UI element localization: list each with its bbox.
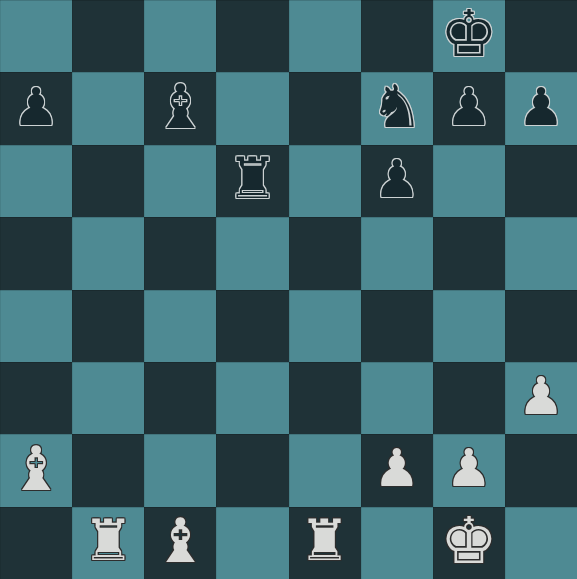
square-d5[interactable] <box>216 217 288 289</box>
piece-black-rook-d6[interactable]: ♜ <box>227 150 278 207</box>
square-e5[interactable] <box>289 217 361 289</box>
piece-white-bishop-c1[interactable]: ♝ <box>153 510 208 571</box>
square-a4[interactable] <box>0 290 72 362</box>
piece-black-pawn-a7[interactable]: ♟ <box>13 81 60 133</box>
square-g7[interactable]: ♟ <box>433 72 505 144</box>
square-b8[interactable] <box>72 0 144 72</box>
piece-white-bishop-a2[interactable]: ♝ <box>9 438 64 499</box>
square-b1[interactable]: ♜ <box>72 507 144 579</box>
piece-white-pawn-g2[interactable]: ♟ <box>446 442 493 494</box>
square-f8[interactable] <box>361 0 433 72</box>
square-a1[interactable] <box>0 507 72 579</box>
square-c5[interactable] <box>144 217 216 289</box>
square-h4[interactable] <box>505 290 577 362</box>
square-b5[interactable] <box>72 217 144 289</box>
piece-white-king-g1[interactable]: ♚ <box>440 509 497 573</box>
piece-white-rook-e1[interactable]: ♜ <box>299 512 350 569</box>
square-h8[interactable] <box>505 0 577 72</box>
piece-black-bishop-c7[interactable]: ♝ <box>153 76 208 137</box>
square-g1[interactable]: ♚ <box>433 507 505 579</box>
square-b2[interactable] <box>72 434 144 506</box>
square-h5[interactable] <box>505 217 577 289</box>
square-f5[interactable] <box>361 217 433 289</box>
square-e6[interactable] <box>289 145 361 217</box>
piece-white-pawn-h3[interactable]: ♟ <box>518 370 565 422</box>
square-f4[interactable] <box>361 290 433 362</box>
square-d8[interactable] <box>216 0 288 72</box>
square-a5[interactable] <box>0 217 72 289</box>
piece-black-pawn-g7[interactable]: ♟ <box>446 81 493 133</box>
square-c6[interactable] <box>144 145 216 217</box>
chess-board[interactable]: ♚♟♝♞♟♟♜♟♟♝♟♟♜♝♜♚ <box>0 0 577 579</box>
square-d2[interactable] <box>216 434 288 506</box>
piece-black-pawn-f6[interactable]: ♟ <box>373 153 420 205</box>
square-a3[interactable] <box>0 362 72 434</box>
square-a6[interactable] <box>0 145 72 217</box>
square-c3[interactable] <box>144 362 216 434</box>
square-g8[interactable]: ♚ <box>433 0 505 72</box>
square-h6[interactable] <box>505 145 577 217</box>
square-g2[interactable]: ♟ <box>433 434 505 506</box>
square-h3[interactable]: ♟ <box>505 362 577 434</box>
square-d4[interactable] <box>216 290 288 362</box>
square-h2[interactable] <box>505 434 577 506</box>
piece-white-pawn-f2[interactable]: ♟ <box>373 442 420 494</box>
square-c1[interactable]: ♝ <box>144 507 216 579</box>
square-h1[interactable] <box>505 507 577 579</box>
square-f1[interactable] <box>361 507 433 579</box>
square-e1[interactable]: ♜ <box>289 507 361 579</box>
square-e7[interactable] <box>289 72 361 144</box>
square-d3[interactable] <box>216 362 288 434</box>
square-e8[interactable] <box>289 0 361 72</box>
square-a7[interactable]: ♟ <box>0 72 72 144</box>
square-b7[interactable] <box>72 72 144 144</box>
square-d7[interactable] <box>216 72 288 144</box>
square-g6[interactable] <box>433 145 505 217</box>
square-e2[interactable] <box>289 434 361 506</box>
square-g3[interactable] <box>433 362 505 434</box>
square-e3[interactable] <box>289 362 361 434</box>
square-e4[interactable] <box>289 290 361 362</box>
square-f7[interactable]: ♞ <box>361 72 433 144</box>
piece-black-king-g8[interactable]: ♚ <box>440 2 497 66</box>
piece-black-knight-f7[interactable]: ♞ <box>370 77 423 136</box>
square-f2[interactable]: ♟ <box>361 434 433 506</box>
square-b4[interactable] <box>72 290 144 362</box>
square-f6[interactable]: ♟ <box>361 145 433 217</box>
square-a8[interactable] <box>0 0 72 72</box>
square-g4[interactable] <box>433 290 505 362</box>
square-c7[interactable]: ♝ <box>144 72 216 144</box>
square-a2[interactable]: ♝ <box>0 434 72 506</box>
square-d6[interactable]: ♜ <box>216 145 288 217</box>
square-c2[interactable] <box>144 434 216 506</box>
piece-black-pawn-h7[interactable]: ♟ <box>518 81 565 133</box>
square-d1[interactable] <box>216 507 288 579</box>
square-h7[interactable]: ♟ <box>505 72 577 144</box>
square-g5[interactable] <box>433 217 505 289</box>
square-b6[interactable] <box>72 145 144 217</box>
square-b3[interactable] <box>72 362 144 434</box>
square-c8[interactable] <box>144 0 216 72</box>
square-c4[interactable] <box>144 290 216 362</box>
square-f3[interactable] <box>361 362 433 434</box>
piece-white-rook-b1[interactable]: ♜ <box>83 512 134 569</box>
